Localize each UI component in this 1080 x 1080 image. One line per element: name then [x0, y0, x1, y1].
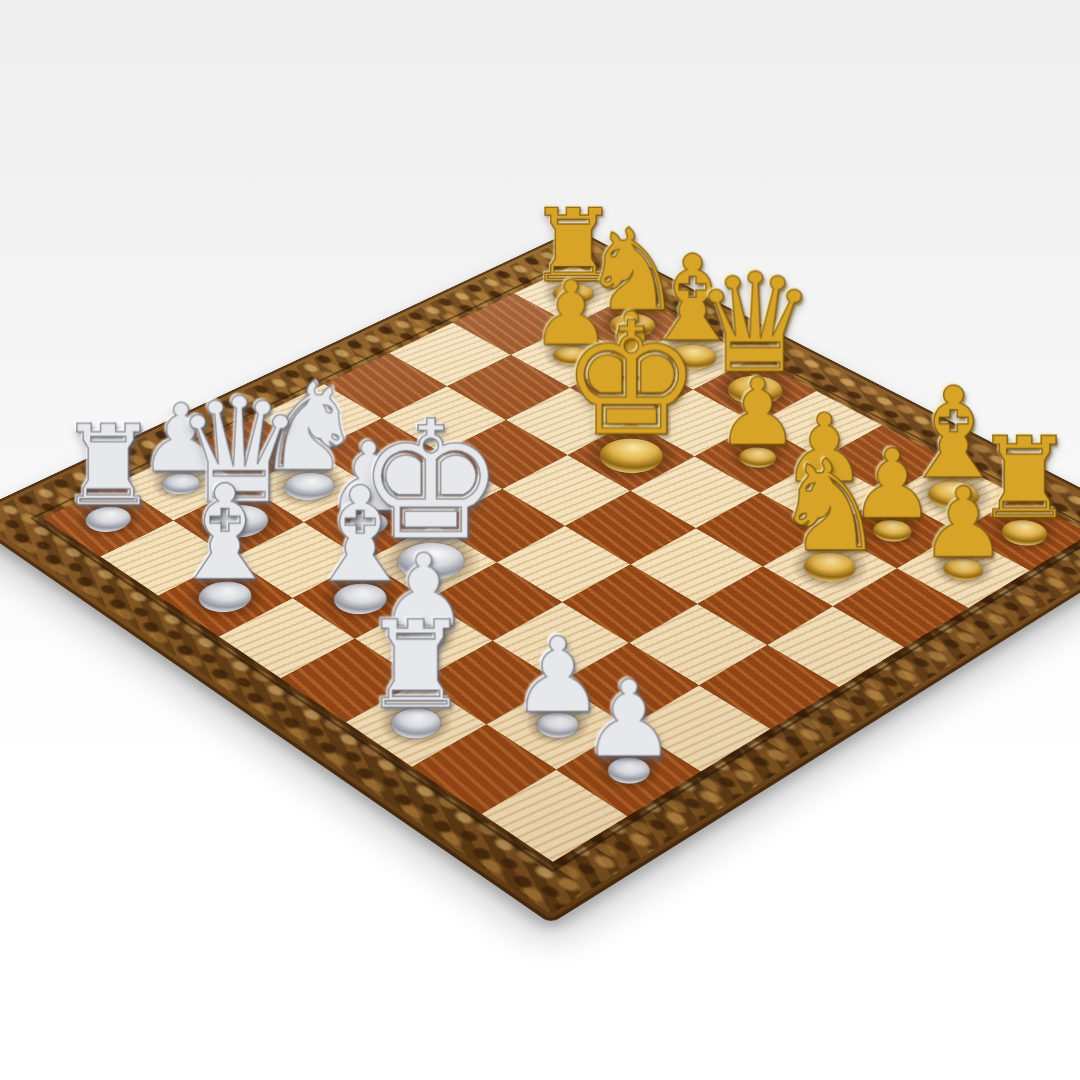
- board-tilt: ♜♞♝♛♝♜♟♟♟♟♟♟♚♞♞♟♚♟♛♝♟♟♟♜♝♜: [0, 229, 1080, 924]
- piece-billboard: ♟: [919, 474, 1007, 572]
- piece-billboard: ♞: [773, 443, 886, 569]
- piece-billboard: ♝: [166, 467, 284, 599]
- chess-set-photo: ♜♞♝♛♝♜♟♟♟♟♟♟♚♞♞♟♚♟♛♝♟♟♟♜♝♜: [0, 0, 1080, 1080]
- black-pawn-glyph: ♟: [919, 474, 1007, 572]
- black-knight-glyph: ♞: [773, 443, 886, 569]
- white-rook-glyph: ♜: [362, 604, 471, 725]
- piece-billboard: ♟: [581, 667, 676, 773]
- white-bishop-glyph: ♝: [166, 467, 284, 599]
- white-pawn-glyph: ♟: [581, 667, 676, 773]
- piece-billboard: ♜: [362, 604, 471, 725]
- scene-3d: ♜♞♝♛♝♜♟♟♟♟♟♟♚♞♞♟♚♟♛♝♟♟♟♜♝♜: [0, 0, 1080, 1080]
